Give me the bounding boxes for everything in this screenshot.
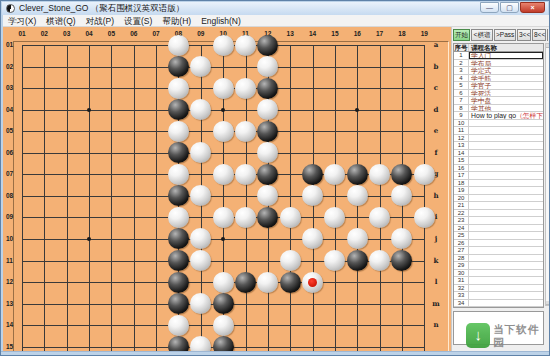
row-number: 25	[454, 232, 469, 239]
stone-black[interactable]	[302, 164, 323, 185]
watermark: ↓ 当下软件园 www.downza.cn	[466, 323, 549, 352]
lesson-name[interactable]	[469, 232, 543, 239]
stone-black[interactable]	[168, 250, 189, 271]
table-row[interactable]: 34	[454, 300, 543, 308]
table-row[interactable]: 19	[454, 187, 543, 195]
star-point	[221, 108, 225, 112]
col-header-name: 课程名称	[469, 44, 543, 51]
stone-black[interactable]	[168, 228, 189, 249]
menu-item-4[interactable]: 帮助(H)	[157, 15, 196, 27]
lesson-name[interactable]: 学入门	[469, 52, 543, 59]
table-row[interactable]: 18	[454, 180, 543, 188]
lesson-name[interactable]	[469, 270, 543, 277]
row-number: 15	[454, 157, 469, 164]
stone-white[interactable]	[347, 185, 368, 206]
close-button[interactable]: ×	[520, 2, 545, 13]
stone-white[interactable]	[168, 164, 189, 185]
star-point	[87, 237, 91, 241]
lesson-name[interactable]	[469, 255, 543, 262]
table-row[interactable]: 25	[454, 232, 543, 240]
stone-white[interactable]	[302, 272, 323, 293]
watermark-name: 当下软件园	[493, 323, 549, 349]
stone-black[interactable]	[257, 207, 278, 228]
lesson-name[interactable]	[469, 202, 543, 209]
row-label-left: 14	[4, 321, 15, 329]
table-row[interactable]: 12	[454, 135, 543, 143]
col-label: 14	[306, 30, 320, 38]
lesson-name[interactable]: 学中盘	[469, 97, 543, 104]
lesson-name[interactable]	[469, 195, 543, 202]
lesson-scrollbar[interactable]	[545, 43, 549, 306]
row-label-right: m	[430, 300, 442, 308]
grid-vline	[67, 45, 68, 352]
downza-logo-icon: ↓	[466, 323, 490, 348]
toolbar-button-3[interactable]: 3<<	[517, 29, 531, 41]
lesson-name[interactable]: 学布局	[469, 60, 543, 67]
last-move-marker-icon	[308, 278, 317, 287]
lesson-name[interactable]	[469, 247, 543, 254]
lesson-name[interactable]	[469, 135, 543, 142]
table-row[interactable]: 33	[454, 292, 543, 300]
table-row[interactable]: 29	[454, 262, 543, 270]
row-number: 9	[454, 112, 469, 119]
lesson-name[interactable]: 学定式	[469, 67, 543, 74]
row-label-left: 03	[4, 84, 15, 92]
stone-white[interactable]	[190, 142, 211, 163]
stone-black[interactable]	[257, 164, 278, 185]
table-row[interactable]: 31	[454, 277, 543, 285]
lesson-name[interactable]	[469, 150, 543, 157]
stone-white[interactable]	[257, 99, 278, 120]
stone-black[interactable]	[168, 293, 189, 314]
table-row[interactable]: 30	[454, 270, 543, 278]
table-row[interactable]: 6学死活	[454, 90, 543, 98]
row-number: 8	[454, 105, 469, 112]
title-bar: Clever_Stone_GO （聚石围棋汉英双语版） — ▢ ×	[2, 2, 548, 15]
lesson-name[interactable]	[469, 180, 543, 187]
menu-item-0[interactable]: 学习(X)	[3, 15, 41, 27]
row-number: 31	[454, 277, 469, 284]
row-number: 1	[454, 52, 469, 59]
table-row[interactable]: 23	[454, 217, 543, 225]
row-number: 12	[454, 135, 469, 142]
row-label-right: e	[430, 127, 442, 135]
row-number: 17	[454, 172, 469, 179]
row-label-left: 10	[4, 235, 15, 243]
lesson-name[interactable]: 学官子	[469, 82, 543, 89]
table-row[interactable]: 20	[454, 195, 543, 203]
row-number: 28	[454, 255, 469, 262]
col-label: 02	[37, 30, 51, 38]
lesson-name[interactable]: 学其他	[469, 105, 543, 112]
row-number: 14	[454, 150, 469, 157]
grid-vline	[380, 45, 381, 352]
col-label: 18	[395, 30, 409, 38]
lesson-name[interactable]	[469, 165, 543, 172]
toolbar-button-5[interactable]: <<	[547, 29, 548, 41]
right-panel: 开始<棋谱>Pass3<<8<<<< 序号 课程名称 1学入门2学布局3学定式4…	[451, 27, 549, 352]
go-board[interactable]: 0102030405060708091011121314151617181901…	[3, 27, 451, 352]
stone-white[interactable]	[213, 78, 234, 99]
row-number: 26	[454, 240, 469, 247]
lesson-name-en: How to play go	[471, 112, 516, 119]
stone-white[interactable]	[324, 250, 345, 271]
row-number: 29	[454, 262, 469, 269]
lesson-name[interactable]	[469, 127, 543, 134]
stone-white[interactable]	[347, 228, 368, 249]
col-label: 06	[127, 30, 141, 38]
lesson-name[interactable]	[469, 120, 543, 127]
stone-white[interactable]	[213, 164, 234, 185]
row-number: 27	[454, 247, 469, 254]
row-label-right: n	[430, 321, 442, 329]
row-number: 21	[454, 202, 469, 209]
row-label-left: 11	[4, 257, 15, 265]
table-row[interactable]: 4学手筋	[454, 75, 543, 83]
lesson-name[interactable]: 学死活	[469, 90, 543, 97]
col-header-number: 序号	[454, 44, 469, 51]
stone-black[interactable]	[391, 250, 412, 271]
menu-item-1[interactable]: 棋谱(Q)	[41, 15, 80, 27]
stone-black[interactable]	[213, 293, 234, 314]
col-label: 15	[328, 30, 342, 38]
stone-black[interactable]	[213, 336, 234, 352]
row-label-left: 06	[4, 149, 15, 157]
table-row[interactable]: 24	[454, 225, 543, 233]
row-number: 22	[454, 210, 469, 217]
stone-black[interactable]	[257, 78, 278, 99]
grid-vline	[22, 45, 23, 352]
stone-white[interactable]	[369, 164, 390, 185]
stone-white[interactable]	[324, 164, 345, 185]
row-label-right: b	[430, 63, 442, 71]
table-row[interactable]: 27	[454, 247, 543, 255]
lesson-name[interactable]	[469, 225, 543, 232]
menu-item-3[interactable]: 设置(S)	[119, 15, 157, 27]
stone-white[interactable]	[280, 250, 301, 271]
stone-white[interactable]	[302, 228, 323, 249]
col-label: 19	[417, 30, 431, 38]
table-row[interactable]: 26	[454, 240, 543, 248]
lesson-name[interactable]	[469, 277, 543, 284]
stone-black[interactable]	[257, 121, 278, 142]
star-point	[87, 108, 91, 112]
row-label-left: 08	[4, 192, 15, 200]
grid-vline	[44, 45, 45, 352]
row-label-right: h	[430, 192, 442, 200]
table-row[interactable]: 5学官子	[454, 82, 543, 90]
stone-white[interactable]	[414, 207, 435, 228]
lesson-name-cn: （怎样下棋）	[516, 112, 543, 119]
row-number: 4	[454, 75, 469, 82]
row-number: 23	[454, 217, 469, 224]
toolbar-button-0[interactable]: 开始	[453, 29, 470, 41]
lesson-name[interactable]	[469, 292, 543, 299]
app-icon	[6, 4, 15, 13]
table-row[interactable]: 14	[454, 150, 543, 158]
row-label-left: 15	[4, 343, 15, 351]
row-number: 19	[454, 187, 469, 194]
row-number: 24	[454, 225, 469, 232]
stone-white[interactable]	[235, 164, 256, 185]
row-number: 20	[454, 195, 469, 202]
row-label-left: 04	[4, 106, 15, 114]
row-number: 6	[454, 90, 469, 97]
lesson-name[interactable]	[469, 217, 543, 224]
minimize-button[interactable]: —	[480, 2, 499, 13]
star-point	[221, 237, 225, 241]
stone-white[interactable]	[190, 56, 211, 77]
grid-vline	[134, 45, 135, 352]
table-row[interactable]: 10	[454, 120, 543, 128]
stone-white[interactable]	[369, 207, 390, 228]
row-number: 7	[454, 97, 469, 104]
col-label: 03	[60, 30, 74, 38]
row-label-left: 07	[4, 170, 15, 178]
client-area: 0102030405060708091011121314151617181901…	[3, 27, 549, 352]
stone-white[interactable]	[190, 293, 211, 314]
lesson-name[interactable]	[469, 142, 543, 149]
table-row[interactable]: 13	[454, 142, 543, 150]
star-point	[355, 108, 359, 112]
stone-white[interactable]	[235, 121, 256, 142]
table-row[interactable]: 2学布局	[454, 60, 543, 68]
row-number: 11	[454, 127, 469, 134]
toolbar-button-2[interactable]: >Pass	[494, 29, 516, 41]
table-row[interactable]: 15	[454, 157, 543, 165]
lesson-name[interactable]	[469, 172, 543, 179]
row-label-left: 05	[4, 127, 15, 135]
col-label: 16	[350, 30, 364, 38]
row-number: 33	[454, 292, 469, 299]
grid-vline	[89, 45, 90, 352]
menu-item-2[interactable]: 对战(P)	[81, 15, 119, 27]
stone-black[interactable]	[168, 336, 189, 352]
row-number: 10	[454, 120, 469, 127]
row-label-right: l	[430, 278, 442, 286]
window-bottom-frame	[1, 351, 549, 355]
stone-white[interactable]	[235, 35, 256, 56]
stone-white[interactable]	[324, 207, 345, 228]
lesson-name[interactable]: How to play go（怎样下棋）	[469, 112, 543, 119]
stone-white[interactable]	[213, 207, 234, 228]
lesson-name[interactable]	[469, 210, 543, 217]
stone-white[interactable]	[190, 336, 211, 352]
toolbar-button-4[interactable]: 8<<	[532, 29, 546, 41]
stone-white[interactable]	[257, 272, 278, 293]
stone-white[interactable]	[168, 207, 189, 228]
stone-black[interactable]	[347, 250, 368, 271]
row-number: 16	[454, 165, 469, 172]
table-row[interactable]: 21	[454, 202, 543, 210]
grid-hline	[22, 153, 424, 154]
stone-white[interactable]	[235, 207, 256, 228]
col-label: 07	[149, 30, 163, 38]
stone-black[interactable]	[391, 164, 412, 185]
menu-bar: 学习(X)棋谱(Q)对战(P)设置(S)帮助(H)English(N)	[3, 15, 549, 27]
table-row[interactable]: 1学入门	[454, 52, 543, 60]
stone-white[interactable]	[190, 250, 211, 271]
grid-vline	[424, 45, 425, 352]
row-number: 32	[454, 285, 469, 292]
stone-black[interactable]	[168, 142, 189, 163]
row-label-left: 02	[4, 63, 15, 71]
col-label: 01	[15, 30, 29, 38]
row-label-left: 12	[4, 278, 15, 286]
lesson-name[interactable]	[469, 285, 543, 292]
row-label-right: a	[430, 41, 442, 49]
row-number: 5	[454, 82, 469, 89]
col-label: 13	[283, 30, 297, 38]
stone-black[interactable]	[168, 185, 189, 206]
stone-white[interactable]	[280, 207, 301, 228]
lesson-table-header: 序号 课程名称	[454, 44, 543, 52]
app-window: Clever_Stone_GO （聚石围棋汉英双语版） — ▢ × 学习(X)棋…	[0, 0, 550, 356]
stone-white[interactable]	[369, 250, 390, 271]
stone-white[interactable]	[190, 185, 211, 206]
lesson-name[interactable]	[469, 240, 543, 247]
row-label-left: 13	[4, 300, 15, 308]
menu-item-5[interactable]: English(N)	[196, 15, 246, 27]
stone-white[interactable]	[168, 315, 189, 336]
col-label: 05	[104, 30, 118, 38]
row-label-right: f	[430, 149, 442, 157]
scroll-down-icon[interactable]	[546, 301, 549, 305]
col-label: 04	[82, 30, 96, 38]
stone-white[interactable]	[190, 99, 211, 120]
row-label-right: d	[430, 106, 442, 114]
lesson-name[interactable]	[469, 300, 543, 307]
stone-white[interactable]	[257, 185, 278, 206]
table-row[interactable]: 32	[454, 285, 543, 293]
table-row[interactable]: 7学中盘	[454, 97, 543, 105]
row-label-right: j	[430, 235, 442, 243]
table-row[interactable]: 9How to play go（怎样下棋）	[454, 112, 543, 120]
stone-white[interactable]	[168, 78, 189, 99]
stone-white[interactable]	[213, 35, 234, 56]
col-label: 09	[194, 30, 208, 38]
stone-white[interactable]	[213, 121, 234, 142]
stone-white[interactable]	[414, 164, 435, 185]
stone-black[interactable]	[235, 272, 256, 293]
stone-white[interactable]	[391, 185, 412, 206]
stone-black[interactable]	[280, 272, 301, 293]
row-number: 34	[454, 300, 469, 307]
lesson-name[interactable]	[469, 157, 543, 164]
maximize-button[interactable]: ▢	[500, 2, 519, 13]
stone-black[interactable]	[257, 35, 278, 56]
stone-black[interactable]	[168, 56, 189, 77]
toolbar-button-1[interactable]: <棋谱	[471, 29, 493, 41]
stone-white[interactable]	[168, 121, 189, 142]
stone-white[interactable]	[257, 142, 278, 163]
table-row[interactable]: 28	[454, 255, 543, 263]
grid-hline	[22, 67, 424, 68]
table-row[interactable]: 17	[454, 172, 543, 180]
table-row[interactable]: 22	[454, 210, 543, 218]
window-title: Clever_Stone_GO （聚石围棋汉英双语版）	[19, 2, 184, 15]
grid-vline	[335, 45, 336, 352]
grid-vline	[156, 45, 157, 352]
lesson-name[interactable]	[469, 187, 543, 194]
row-label-left: 01	[4, 41, 15, 49]
row-number: 18	[454, 180, 469, 187]
stone-white[interactable]	[235, 78, 256, 99]
row-number: 13	[454, 142, 469, 149]
row-number: 3	[454, 67, 469, 74]
table-row[interactable]: 8学其他	[454, 105, 543, 113]
row-number: 30	[454, 270, 469, 277]
stone-white[interactable]	[213, 315, 234, 336]
stone-black[interactable]	[168, 99, 189, 120]
stone-white[interactable]	[190, 228, 211, 249]
row-number: 2	[454, 60, 469, 67]
stone-white[interactable]	[391, 228, 412, 249]
stone-white[interactable]	[257, 56, 278, 77]
stone-white[interactable]	[213, 272, 234, 293]
lesson-table: 序号 课程名称 1学入门2学布局3学定式4学手筋5学官子6学死活7学中盘8学其他…	[453, 43, 544, 308]
row-label-right: c	[430, 84, 442, 92]
stone-black[interactable]	[347, 164, 368, 185]
row-label-left: 09	[4, 213, 15, 221]
table-row[interactable]: 16	[454, 165, 543, 173]
stone-white[interactable]	[302, 185, 323, 206]
grid-vline	[111, 45, 112, 352]
table-row[interactable]: 3学定式	[454, 67, 543, 75]
table-row[interactable]: 11	[454, 127, 543, 135]
col-label: 17	[373, 30, 387, 38]
stone-white[interactable]	[168, 35, 189, 56]
scroll-up-icon[interactable]	[546, 44, 549, 48]
lesson-name[interactable]: 学手筋	[469, 75, 543, 82]
grid-vline	[290, 45, 291, 352]
lesson-name[interactable]	[469, 262, 543, 269]
row-label-right: k	[430, 257, 442, 265]
stone-black[interactable]	[168, 272, 189, 293]
playback-toolbar: 开始<棋谱>Pass3<<8<<<<	[453, 29, 548, 41]
